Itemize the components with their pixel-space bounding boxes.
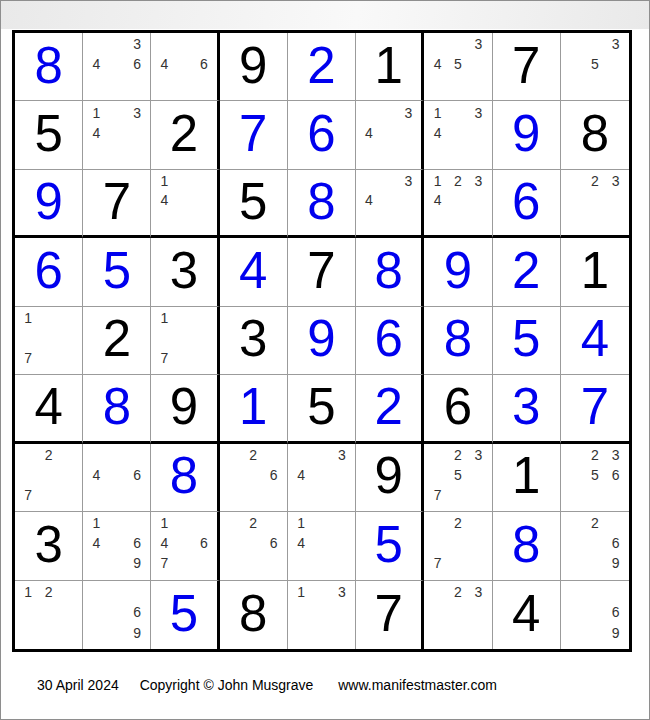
candidate-digit: 6: [127, 54, 147, 74]
solved-digit: 2: [307, 40, 335, 91]
candidate-digit: 6: [194, 533, 214, 553]
cell-r7c3[interactable]: 8: [151, 444, 219, 512]
cell-r4c6[interactable]: 8: [356, 238, 424, 306]
candidate-digit: 4: [427, 190, 447, 209]
solved-digit: 4: [239, 245, 267, 296]
cell-r7c4[interactable]: 26: [220, 444, 288, 512]
cell-r2c4[interactable]: 7: [220, 101, 288, 169]
cell-r5c5[interactable]: 9: [288, 307, 356, 375]
cell-r8c4[interactable]: 26: [220, 512, 288, 580]
candidate-digit: 6: [605, 533, 626, 553]
cell-r4c1[interactable]: 6: [15, 238, 83, 306]
candidate-digit: 3: [332, 445, 352, 465]
given-digit: 7: [307, 245, 335, 296]
solved-digit: 9: [444, 245, 472, 296]
cell-r9c2[interactable]: 69: [83, 581, 151, 649]
candidate-digit: 1: [291, 582, 311, 602]
solved-digit: 8: [512, 519, 540, 570]
candidate-digit: 9: [127, 623, 147, 643]
candidate-digit: 1: [291, 513, 311, 533]
cell-r7c2[interactable]: 46: [83, 444, 151, 512]
pencil-marks: 13: [291, 582, 352, 643]
candidate-digit: 4: [86, 123, 106, 143]
footer: 30 April 2024 Copyright © John Musgrave …: [37, 677, 497, 693]
candidate-digit: 2: [448, 171, 468, 190]
footer-website: www.manifestmaster.com: [338, 677, 497, 693]
cell-r9c6[interactable]: 7: [356, 581, 424, 649]
cell-r4c8[interactable]: 2: [493, 238, 561, 306]
cell-r6c5[interactable]: 5: [288, 375, 356, 443]
cell-r2c1[interactable]: 5: [15, 101, 83, 169]
given-digit: 3: [34, 519, 62, 570]
cell-r1c5[interactable]: 2: [288, 33, 356, 101]
given-digit: 1: [375, 40, 403, 91]
candidate-digit: 3: [399, 171, 419, 190]
given-digit: 5: [307, 381, 335, 432]
cell-r6c4[interactable]: 1: [220, 375, 288, 443]
cell-r2c3[interactable]: 2: [151, 101, 219, 169]
cell-r2c7[interactable]: 134: [424, 101, 492, 169]
cell-r3c5[interactable]: 8: [288, 170, 356, 238]
cell-r5c2[interactable]: 2: [83, 307, 151, 375]
candidate-digit: 3: [468, 171, 488, 190]
pencil-marks: 345: [427, 34, 488, 94]
candidate-digit: 3: [605, 445, 626, 465]
solved-digit: 6: [375, 313, 403, 364]
given-digit: 5: [34, 108, 62, 159]
candidate-digit: 4: [291, 533, 311, 553]
solved-digit: 9: [512, 108, 540, 159]
pencil-marks: 17: [154, 308, 213, 368]
solved-digit: 5: [512, 313, 540, 364]
candidate-digit: 6: [605, 465, 626, 485]
candidate-digit: 4: [86, 54, 106, 74]
cell-r9c5[interactable]: 13: [288, 581, 356, 649]
candidate-digit: 4: [86, 533, 106, 553]
given-digit: 3: [170, 245, 198, 296]
candidate-digit: 3: [399, 102, 419, 122]
candidate-digit: 4: [359, 123, 379, 143]
candidate-digit: 6: [263, 533, 283, 553]
cell-r2c8[interactable]: 9: [493, 101, 561, 169]
cell-r8c6[interactable]: 5: [356, 512, 424, 580]
given-digit: 7: [103, 176, 131, 227]
candidate-digit: 1: [86, 102, 106, 122]
solved-digit: 5: [375, 519, 403, 570]
candidate-digit: 7: [18, 485, 38, 505]
cell-r6c1[interactable]: 4: [15, 375, 83, 443]
cell-r6c9[interactable]: 7: [561, 375, 629, 443]
given-digit: 1: [581, 245, 609, 296]
pencil-marks: 14: [154, 171, 213, 229]
cell-r3c9[interactable]: 23: [561, 170, 629, 238]
candidate-digit: 6: [127, 602, 147, 622]
cell-r9c4[interactable]: 8: [220, 581, 288, 649]
candidate-digit: 1: [154, 308, 174, 328]
candidate-digit: 4: [427, 123, 447, 143]
solved-digit: 8: [307, 176, 335, 227]
solved-digit: 7: [581, 381, 609, 432]
candidate-digit: 4: [427, 54, 447, 74]
candidate-digit: 2: [585, 513, 606, 533]
solved-digit: 5: [170, 588, 198, 639]
sudoku-grid: 8346469213457355134276341349897145834123…: [12, 30, 632, 652]
cell-r8c5[interactable]: 14: [288, 512, 356, 580]
cell-r5c6[interactable]: 6: [356, 307, 424, 375]
candidate-digit: 3: [468, 582, 488, 602]
cell-r1c9[interactable]: 35: [561, 33, 629, 101]
candidate-digit: 4: [291, 465, 311, 485]
cell-r4c7[interactable]: 9: [424, 238, 492, 306]
cell-r3c4[interactable]: 5: [220, 170, 288, 238]
cell-r8c8[interactable]: 8: [493, 512, 561, 580]
cell-r3c1[interactable]: 9: [15, 170, 83, 238]
given-digit: 9: [239, 40, 267, 91]
candidate-digit: 3: [127, 102, 147, 122]
cell-r4c2[interactable]: 5: [83, 238, 151, 306]
solved-digit: 2: [512, 245, 540, 296]
solved-digit: 6: [307, 108, 335, 159]
solved-digit: 2: [375, 381, 403, 432]
cell-r3c8[interactable]: 6: [493, 170, 561, 238]
cell-r7c9[interactable]: 2356: [561, 444, 629, 512]
given-digit: 8: [239, 588, 267, 639]
cell-r2c6[interactable]: 34: [356, 101, 424, 169]
cell-r5c8[interactable]: 5: [493, 307, 561, 375]
solved-digit: 8: [34, 40, 62, 91]
candidate-digit: 3: [605, 34, 626, 54]
candidate-digit: 7: [427, 553, 447, 573]
solved-digit: 8: [375, 245, 403, 296]
given-digit: 6: [444, 381, 472, 432]
pencil-marks: 2356: [564, 445, 626, 505]
candidate-digit: 4: [154, 190, 174, 209]
solved-digit: 6: [512, 176, 540, 227]
given-digit: 9: [375, 450, 403, 501]
candidate-digit: 1: [427, 171, 447, 190]
cell-r6c6[interactable]: 2: [356, 375, 424, 443]
cell-r1c2[interactable]: 346: [83, 33, 151, 101]
candidate-digit: 5: [448, 465, 468, 485]
candidate-digit: 1: [18, 582, 38, 602]
pencil-marks: 17: [18, 308, 79, 368]
cell-r3c6[interactable]: 34: [356, 170, 424, 238]
footer-copyright: Copyright © John Musgrave: [140, 677, 314, 693]
cell-r9c1[interactable]: 12: [15, 581, 83, 649]
cell-r3c7[interactable]: 1234: [424, 170, 492, 238]
pencil-marks: 46: [86, 445, 147, 505]
pencil-marks: 69: [86, 582, 147, 643]
cell-r8c2[interactable]: 1469: [83, 512, 151, 580]
candidate-digit: 2: [448, 582, 468, 602]
cell-r4c5[interactable]: 7: [288, 238, 356, 306]
pencil-marks: 134: [86, 102, 147, 162]
cell-r1c8[interactable]: 7: [493, 33, 561, 101]
cell-r7c5[interactable]: 34: [288, 444, 356, 512]
pencil-marks: 34: [359, 102, 418, 162]
candidate-digit: 5: [585, 54, 606, 74]
candidate-digit: 4: [86, 465, 106, 485]
pencil-marks: 35: [564, 34, 626, 94]
cell-r5c4[interactable]: 3: [220, 307, 288, 375]
candidate-digit: 9: [605, 553, 626, 573]
candidate-digit: 4: [154, 54, 174, 74]
candidate-digit: 7: [427, 485, 447, 505]
cell-r7c8[interactable]: 1: [493, 444, 561, 512]
solved-digit: 8: [444, 313, 472, 364]
puzzle-page: 8346469213457355134276341349897145834123…: [0, 0, 650, 720]
given-digit: 4: [34, 381, 62, 432]
pencil-marks: 23: [564, 171, 626, 229]
candidate-digit: 6: [127, 533, 147, 553]
given-digit: 8: [581, 108, 609, 159]
candidate-digit: 9: [605, 623, 626, 643]
cell-r2c5[interactable]: 6: [288, 101, 356, 169]
cell-r5c7[interactable]: 8: [424, 307, 492, 375]
candidate-digit: 3: [468, 445, 488, 465]
candidate-digit: 6: [194, 54, 214, 74]
cell-r9c7[interactable]: 23: [424, 581, 492, 649]
pencil-marks: 269: [564, 513, 626, 573]
solved-digit: 8: [103, 381, 131, 432]
solved-digit: 4: [581, 313, 609, 364]
cell-r1c6[interactable]: 1: [356, 33, 424, 101]
candidate-digit: 6: [605, 602, 626, 622]
solved-digit: 7: [239, 108, 267, 159]
given-digit: 3: [239, 313, 267, 364]
pencil-marks: 69: [564, 582, 626, 643]
cell-r1c1[interactable]: 8: [15, 33, 83, 101]
candidate-digit: 2: [585, 171, 606, 190]
candidate-digit: 1: [427, 102, 447, 122]
cell-r2c2[interactable]: 134: [83, 101, 151, 169]
pencil-marks: 1234: [427, 171, 488, 229]
solved-digit: 5: [103, 245, 131, 296]
cell-r5c1[interactable]: 17: [15, 307, 83, 375]
candidate-digit: 2: [243, 445, 263, 465]
pencil-marks: 46: [154, 34, 213, 94]
given-digit: 7: [375, 588, 403, 639]
cell-r8c9[interactable]: 269: [561, 512, 629, 580]
pencil-marks: 26: [223, 513, 284, 573]
pencil-marks: 134: [427, 102, 488, 162]
candidate-digit: 5: [448, 54, 468, 74]
pencil-marks: 34: [359, 171, 418, 229]
pencil-marks: 346: [86, 34, 147, 94]
candidate-digit: 4: [154, 533, 174, 553]
pencil-marks: 27: [18, 445, 79, 505]
candidate-digit: 6: [127, 465, 147, 485]
candidate-digit: 2: [585, 445, 606, 465]
candidate-digit: 1: [18, 308, 38, 328]
solved-digit: 3: [512, 381, 540, 432]
candidate-digit: 3: [468, 34, 488, 54]
top-band: [1, 1, 649, 29]
pencil-marks: 2357: [427, 445, 488, 505]
candidate-digit: 3: [332, 582, 352, 602]
cell-r9c3[interactable]: 5: [151, 581, 219, 649]
cell-r2c9[interactable]: 8: [561, 101, 629, 169]
cell-r4c9[interactable]: 1: [561, 238, 629, 306]
pencil-marks: 23: [427, 582, 488, 643]
cell-r6c2[interactable]: 8: [83, 375, 151, 443]
candidate-digit: 2: [38, 582, 58, 602]
cell-r8c1[interactable]: 3: [15, 512, 83, 580]
given-digit: 1: [512, 450, 540, 501]
pencil-marks: 26: [223, 445, 284, 505]
candidate-digit: 1: [154, 513, 174, 533]
pencil-marks: 12: [18, 582, 79, 643]
candidate-digit: 1: [154, 171, 174, 190]
given-digit: 4: [512, 588, 540, 639]
cell-r7c6[interactable]: 9: [356, 444, 424, 512]
cell-r8c3[interactable]: 1467: [151, 512, 219, 580]
cell-r8c7[interactable]: 27: [424, 512, 492, 580]
candidate-digit: 2: [448, 513, 468, 533]
given-digit: 2: [103, 313, 131, 364]
cell-r4c4[interactable]: 4: [220, 238, 288, 306]
cell-r5c3[interactable]: 17: [151, 307, 219, 375]
cell-r6c3[interactable]: 9: [151, 375, 219, 443]
pencil-marks: 34: [291, 445, 352, 505]
cell-r1c4[interactable]: 9: [220, 33, 288, 101]
given-digit: 9: [170, 381, 198, 432]
cell-r1c7[interactable]: 345: [424, 33, 492, 101]
given-digit: 2: [170, 108, 198, 159]
candidate-digit: 2: [448, 445, 468, 465]
pencil-marks: 1469: [86, 513, 147, 573]
solved-digit: 9: [307, 313, 335, 364]
candidate-digit: 3: [605, 171, 626, 190]
solved-digit: 1: [239, 381, 267, 432]
cell-r7c1[interactable]: 27: [15, 444, 83, 512]
candidate-digit: 1: [86, 513, 106, 533]
cell-r9c9[interactable]: 69: [561, 581, 629, 649]
candidate-digit: 3: [468, 102, 488, 122]
solved-digit: 8: [170, 450, 198, 501]
cell-r9c8[interactable]: 4: [493, 581, 561, 649]
candidate-digit: 2: [243, 513, 263, 533]
candidate-digit: 7: [154, 348, 174, 368]
pencil-marks: 27: [427, 513, 488, 573]
candidate-digit: 9: [127, 553, 147, 573]
candidate-digit: 7: [18, 348, 38, 368]
cell-r1c3[interactable]: 46: [151, 33, 219, 101]
pencil-marks: 1467: [154, 513, 213, 573]
cell-r3c3[interactable]: 14: [151, 170, 219, 238]
cell-r6c8[interactable]: 3: [493, 375, 561, 443]
candidate-digit: 5: [585, 465, 606, 485]
pencil-marks: 14: [291, 513, 352, 573]
cell-r5c9[interactable]: 4: [561, 307, 629, 375]
cell-r6c7[interactable]: 6: [424, 375, 492, 443]
cell-r7c7[interactable]: 2357: [424, 444, 492, 512]
solved-digit: 6: [34, 245, 62, 296]
candidate-digit: 6: [263, 465, 283, 485]
given-digit: 5: [239, 176, 267, 227]
candidate-digit: 4: [359, 190, 379, 209]
solved-digit: 9: [34, 176, 62, 227]
candidate-digit: 7: [154, 553, 174, 573]
cell-r4c3[interactable]: 3: [151, 238, 219, 306]
candidate-digit: 2: [38, 445, 58, 465]
footer-date: 30 April 2024: [37, 677, 119, 693]
candidate-digit: 3: [127, 34, 147, 54]
given-digit: 7: [512, 40, 540, 91]
cell-r3c2[interactable]: 7: [83, 170, 151, 238]
